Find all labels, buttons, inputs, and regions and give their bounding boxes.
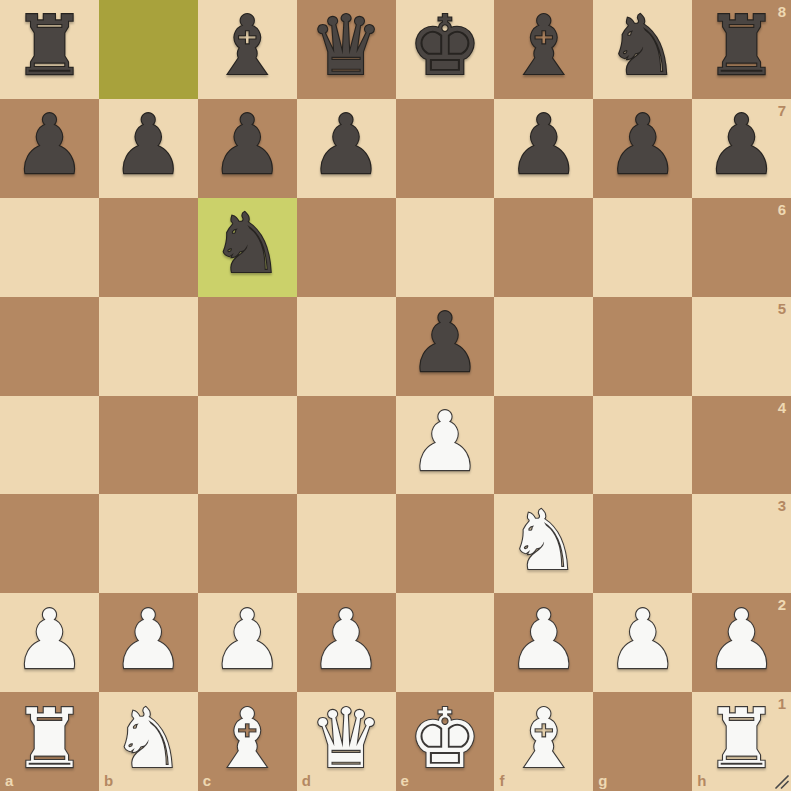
rank-label-2: 2 (778, 596, 786, 613)
piece-white-pawn[interactable]: ♟ (408, 393, 482, 491)
square-d3[interactable] (297, 494, 396, 593)
square-e5[interactable]: ♟ (396, 297, 495, 396)
piece-white-knight[interactable]: ♞ (112, 690, 186, 788)
square-f2[interactable]: ♟ (494, 593, 593, 692)
piece-white-pawn[interactable]: ♟ (705, 591, 779, 689)
square-f1[interactable]: ♝f (494, 692, 593, 791)
resize-grip-icon (774, 774, 789, 789)
piece-black-pawn[interactable]: ♟ (13, 96, 87, 194)
rank-label-3: 3 (778, 497, 786, 514)
rank-label-4: 4 (778, 399, 786, 416)
rank-label-6: 6 (778, 201, 786, 218)
square-c2[interactable]: ♟ (198, 593, 297, 692)
square-b1[interactable]: ♞b (99, 692, 198, 791)
piece-white-bishop[interactable]: ♝ (210, 690, 284, 788)
square-c1[interactable]: ♝c (198, 692, 297, 791)
piece-white-pawn[interactable]: ♟ (112, 591, 186, 689)
square-c3[interactable] (198, 494, 297, 593)
piece-white-pawn[interactable]: ♟ (13, 591, 87, 689)
piece-black-knight[interactable]: ♞ (606, 0, 680, 95)
chess-board: ♜♝♛♚♝♞♜8♟♟♟♟♟♟♟7♞6♟5♟4♞3♟♟♟♟♟♟♟2♜a♞b♝c♛d… (0, 0, 791, 791)
square-h6[interactable]: 6 (692, 198, 791, 297)
square-d5[interactable] (297, 297, 396, 396)
square-d7[interactable]: ♟ (297, 99, 396, 198)
piece-black-pawn[interactable]: ♟ (210, 96, 284, 194)
piece-white-pawn[interactable]: ♟ (507, 591, 581, 689)
piece-white-rook[interactable]: ♜ (705, 690, 779, 788)
square-e7[interactable] (396, 99, 495, 198)
square-g4[interactable] (593, 396, 692, 495)
square-b5[interactable] (99, 297, 198, 396)
square-d2[interactable]: ♟ (297, 593, 396, 692)
chess-board-container: ♜♝♛♚♝♞♜8♟♟♟♟♟♟♟7♞6♟5♟4♞3♟♟♟♟♟♟♟2♜a♞b♝c♛d… (0, 0, 791, 791)
square-h5[interactable]: 5 (692, 297, 791, 396)
square-h3[interactable]: 3 (692, 494, 791, 593)
piece-white-pawn[interactable]: ♟ (309, 591, 383, 689)
square-g7[interactable]: ♟ (593, 99, 692, 198)
piece-black-pawn[interactable]: ♟ (309, 96, 383, 194)
piece-white-knight[interactable]: ♞ (507, 492, 581, 590)
square-a7[interactable]: ♟ (0, 99, 99, 198)
square-g1[interactable]: g (593, 692, 692, 791)
file-label-g: g (598, 772, 607, 789)
square-c7[interactable]: ♟ (198, 99, 297, 198)
square-b3[interactable] (99, 494, 198, 593)
square-b6[interactable] (99, 198, 198, 297)
piece-white-king[interactable]: ♚ (408, 690, 482, 788)
square-f6[interactable] (494, 198, 593, 297)
square-g6[interactable] (593, 198, 692, 297)
piece-white-bishop[interactable]: ♝ (507, 690, 581, 788)
square-d4[interactable] (297, 396, 396, 495)
board-resize-handle[interactable] (774, 774, 789, 789)
square-b4[interactable] (99, 396, 198, 495)
rank-label-1: 1 (778, 695, 786, 712)
square-a8[interactable]: ♜ (0, 0, 99, 99)
square-f3[interactable]: ♞ (494, 494, 593, 593)
square-d6[interactable] (297, 198, 396, 297)
square-h7[interactable]: ♟7 (692, 99, 791, 198)
piece-black-pawn[interactable]: ♟ (112, 96, 186, 194)
piece-black-pawn[interactable]: ♟ (408, 294, 482, 392)
square-g3[interactable] (593, 494, 692, 593)
square-c8[interactable]: ♝ (198, 0, 297, 99)
square-b2[interactable]: ♟ (99, 593, 198, 692)
square-g8[interactable]: ♞ (593, 0, 692, 99)
square-a6[interactable] (0, 198, 99, 297)
square-g2[interactable]: ♟ (593, 593, 692, 692)
rank-label-5: 5 (778, 300, 786, 317)
piece-black-rook[interactable]: ♜ (13, 0, 87, 95)
piece-black-king[interactable]: ♚ (408, 0, 482, 95)
piece-black-pawn[interactable]: ♟ (507, 96, 581, 194)
square-e6[interactable] (396, 198, 495, 297)
piece-black-pawn[interactable]: ♟ (606, 96, 680, 194)
square-h8[interactable]: ♜8 (692, 0, 791, 99)
piece-black-bishop[interactable]: ♝ (210, 0, 284, 95)
square-f4[interactable] (494, 396, 593, 495)
piece-black-pawn[interactable]: ♟ (705, 96, 779, 194)
square-e4[interactable]: ♟ (396, 396, 495, 495)
square-g5[interactable] (593, 297, 692, 396)
square-d1[interactable]: ♛d (297, 692, 396, 791)
square-b8[interactable] (99, 0, 198, 99)
square-e2[interactable] (396, 593, 495, 692)
square-c5[interactable] (198, 297, 297, 396)
piece-black-rook[interactable]: ♜ (705, 0, 779, 95)
square-a2[interactable]: ♟ (0, 593, 99, 692)
piece-white-pawn[interactable]: ♟ (210, 591, 284, 689)
square-h4[interactable]: 4 (692, 396, 791, 495)
square-a5[interactable] (0, 297, 99, 396)
square-a4[interactable] (0, 396, 99, 495)
piece-black-bishop[interactable]: ♝ (507, 0, 581, 95)
square-f7[interactable]: ♟ (494, 99, 593, 198)
square-f8[interactable]: ♝ (494, 0, 593, 99)
rank-label-7: 7 (778, 102, 786, 119)
square-d8[interactable]: ♛ (297, 0, 396, 99)
square-a3[interactable] (0, 494, 99, 593)
square-f5[interactable] (494, 297, 593, 396)
square-h2[interactable]: ♟2 (692, 593, 791, 692)
piece-black-knight[interactable]: ♞ (210, 195, 284, 293)
square-e3[interactable] (396, 494, 495, 593)
square-b7[interactable]: ♟ (99, 99, 198, 198)
piece-white-rook[interactable]: ♜ (13, 690, 87, 788)
piece-white-pawn[interactable]: ♟ (606, 591, 680, 689)
rank-label-8: 8 (778, 3, 786, 20)
square-c6[interactable]: ♞ (198, 198, 297, 297)
piece-black-queen[interactable]: ♛ (309, 0, 383, 95)
square-c4[interactable] (198, 396, 297, 495)
piece-white-queen[interactable]: ♛ (309, 690, 383, 788)
square-a1[interactable]: ♜a (0, 692, 99, 791)
file-label-f: f (499, 772, 504, 789)
square-e8[interactable]: ♚ (396, 0, 495, 99)
square-e1[interactable]: ♚e (396, 692, 495, 791)
